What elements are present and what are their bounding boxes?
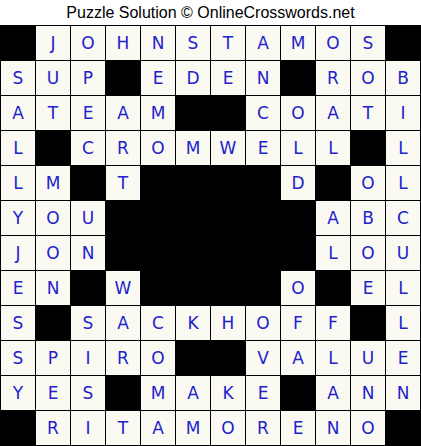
block-cell (211, 271, 245, 305)
grid-cell: O (246, 306, 280, 340)
grid-cell: U (386, 236, 420, 270)
block-cell (36, 131, 70, 165)
grid-cell: U (36, 61, 70, 95)
grid-cell: L (386, 166, 420, 200)
block-cell (106, 236, 140, 270)
block-cell (141, 236, 175, 270)
puzzle-solution-page: Puzzle Solution © OnlineCrosswords.net J… (0, 0, 421, 446)
grid-cell: O (281, 271, 315, 305)
grid-cell: I (386, 96, 420, 130)
grid-cell: O (71, 26, 105, 60)
grid-cell: H (106, 26, 140, 60)
block-cell (281, 61, 315, 95)
grid-cell: O (351, 411, 385, 445)
grid-cell: L (386, 131, 420, 165)
grid-cell: L (316, 131, 350, 165)
block-cell (211, 96, 245, 130)
block-cell (106, 376, 140, 410)
grid-cell: O (316, 26, 350, 60)
block-cell (386, 26, 420, 60)
block-cell (246, 166, 280, 200)
grid-cell: N (386, 376, 420, 410)
grid-cell: N (141, 26, 175, 60)
block-cell (316, 166, 350, 200)
grid-cell: L (386, 271, 420, 305)
grid-cell: F (316, 306, 350, 340)
grid-cell: I (71, 341, 105, 375)
grid-cell: C (71, 131, 105, 165)
block-cell (71, 166, 105, 200)
grid-cell: E (71, 96, 105, 130)
grid-cell: W (106, 271, 140, 305)
block-cell (316, 271, 350, 305)
grid-cell: A (316, 96, 350, 130)
grid-cell: C (141, 306, 175, 340)
grid-cell: B (386, 61, 420, 95)
grid-cell: M (36, 166, 70, 200)
grid-cell: P (36, 341, 70, 375)
block-cell (141, 271, 175, 305)
block-cell (176, 341, 210, 375)
grid-cell: W (211, 131, 245, 165)
grid-cell: N (71, 236, 105, 270)
block-cell (211, 201, 245, 235)
grid-cell: O (351, 236, 385, 270)
block-cell (351, 131, 385, 165)
grid-cell: E (36, 376, 70, 410)
grid-cell: E (281, 411, 315, 445)
grid-cell: R (246, 411, 280, 445)
block-cell (211, 166, 245, 200)
grid-cell: O (141, 131, 175, 165)
grid-cell: K (176, 306, 210, 340)
grid-cell: L (316, 236, 350, 270)
grid-cell: I (71, 411, 105, 445)
grid-cell: L (281, 131, 315, 165)
grid-cell: P (71, 61, 105, 95)
grid-cell: A (176, 376, 210, 410)
grid-cell: R (106, 341, 140, 375)
grid-cell: J (1, 236, 35, 270)
grid-cell: A (1, 96, 35, 130)
block-cell (176, 96, 210, 130)
grid-cell: T (106, 411, 140, 445)
grid-cell: A (106, 96, 140, 130)
grid-cell: A (316, 201, 350, 235)
grid-cell: R (316, 61, 350, 95)
grid-cell: E (211, 61, 245, 95)
block-cell (71, 271, 105, 305)
grid-cell: Y (1, 201, 35, 235)
grid-cell: T (211, 26, 245, 60)
block-cell (211, 341, 245, 375)
grid-cell: O (211, 411, 245, 445)
grid-cell: O (141, 341, 175, 375)
grid-cell: M (141, 96, 175, 130)
grid-cell: S (1, 306, 35, 340)
block-cell (281, 201, 315, 235)
block-cell (141, 201, 175, 235)
grid-cell: O (36, 201, 70, 235)
grid-cell: E (386, 341, 420, 375)
crossword-grid: JOHNSTAMOSSUPEDENROBATEAMCOATILCROMWELLL… (0, 25, 421, 446)
grid-cell: A (246, 26, 280, 60)
grid-cell: R (36, 411, 70, 445)
grid-cell: S (71, 376, 105, 410)
grid-cell: C (386, 201, 420, 235)
block-cell (176, 166, 210, 200)
grid-cell: B (351, 201, 385, 235)
grid-cell: A (316, 376, 350, 410)
grid-cell: M (141, 376, 175, 410)
grid-cell: L (316, 341, 350, 375)
grid-cell: T (106, 166, 140, 200)
block-cell (246, 201, 280, 235)
grid-cell: D (281, 166, 315, 200)
grid-cell: O (281, 96, 315, 130)
grid-cell: R (106, 131, 140, 165)
block-cell (1, 26, 35, 60)
block-cell (351, 306, 385, 340)
grid-cell: F (281, 306, 315, 340)
grid-cell: M (176, 131, 210, 165)
grid-cell: M (281, 26, 315, 60)
block-cell (36, 306, 70, 340)
grid-cell: M (176, 411, 210, 445)
block-cell (106, 201, 140, 235)
grid-cell: S (176, 26, 210, 60)
block-cell (141, 166, 175, 200)
grid-cell: V (246, 341, 280, 375)
block-cell (281, 376, 315, 410)
grid-cell: N (351, 376, 385, 410)
grid-cell: S (1, 341, 35, 375)
grid-cell: A (106, 306, 140, 340)
grid-cell: E (246, 376, 280, 410)
grid-cell: E (246, 131, 280, 165)
grid-cell: C (246, 96, 280, 130)
grid-cell: E (351, 271, 385, 305)
grid-cell: L (1, 166, 35, 200)
grid-cell: K (211, 376, 245, 410)
grid-cell: L (386, 306, 420, 340)
grid-cell: H (211, 306, 245, 340)
grid-cell: A (281, 341, 315, 375)
grid-cell: N (316, 411, 350, 445)
block-cell (281, 236, 315, 270)
grid-cell: O (351, 61, 385, 95)
block-cell (1, 411, 35, 445)
grid-cell: U (71, 201, 105, 235)
grid-cell: D (176, 61, 210, 95)
block-cell (211, 236, 245, 270)
grid-cell: E (141, 61, 175, 95)
grid-cell: S (1, 61, 35, 95)
grid-cell: T (351, 96, 385, 130)
grid-cell: S (71, 306, 105, 340)
block-cell (246, 236, 280, 270)
block-cell (176, 201, 210, 235)
grid-cell: J (36, 26, 70, 60)
grid-cell: O (36, 236, 70, 270)
grid-cell: A (141, 411, 175, 445)
page-title: Puzzle Solution © OnlineCrosswords.net (0, 0, 421, 25)
grid-cell: T (36, 96, 70, 130)
grid-cell: L (1, 131, 35, 165)
block-cell (176, 271, 210, 305)
grid-cell: N (36, 271, 70, 305)
grid-cell: O (351, 166, 385, 200)
block-cell (246, 271, 280, 305)
grid-cell: N (246, 61, 280, 95)
grid-cell: S (351, 26, 385, 60)
grid-cell: U (351, 341, 385, 375)
block-cell (386, 411, 420, 445)
block-cell (106, 61, 140, 95)
block-cell (176, 236, 210, 270)
grid-cell: Y (1, 376, 35, 410)
grid-cell: E (1, 271, 35, 305)
